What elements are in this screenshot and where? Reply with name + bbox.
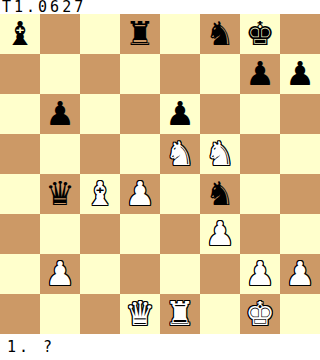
- square-f4[interactable]: ♞: [200, 174, 240, 214]
- square-c3[interactable]: [80, 214, 120, 254]
- square-d4[interactable]: ♟: [120, 174, 160, 214]
- square-e2[interactable]: [160, 254, 200, 294]
- square-b1[interactable]: [40, 294, 80, 334]
- square-a4[interactable]: [0, 174, 40, 214]
- square-h7[interactable]: ♟: [280, 54, 320, 94]
- square-g5[interactable]: [240, 134, 280, 174]
- square-b7[interactable]: [40, 54, 80, 94]
- black-knight[interactable]: ♞: [205, 14, 235, 54]
- square-h6[interactable]: [280, 94, 320, 134]
- square-b3[interactable]: [40, 214, 80, 254]
- square-a5[interactable]: [0, 134, 40, 174]
- square-f8[interactable]: ♞: [200, 14, 240, 54]
- square-e1[interactable]: ♜: [160, 294, 200, 334]
- square-a3[interactable]: [0, 214, 40, 254]
- square-f6[interactable]: [200, 94, 240, 134]
- square-c2[interactable]: [80, 254, 120, 294]
- square-f1[interactable]: [200, 294, 240, 334]
- square-d5[interactable]: [120, 134, 160, 174]
- square-g8[interactable]: ♚: [240, 14, 280, 54]
- square-a8[interactable]: ♝: [0, 14, 40, 54]
- white-knight[interactable]: ♞: [165, 134, 195, 174]
- square-c8[interactable]: [80, 14, 120, 54]
- square-h8[interactable]: [280, 14, 320, 54]
- square-g1[interactable]: ♚: [240, 294, 280, 334]
- square-a2[interactable]: [0, 254, 40, 294]
- white-pawn[interactable]: ♟: [285, 254, 315, 294]
- square-e5[interactable]: ♞: [160, 134, 200, 174]
- square-d7[interactable]: [120, 54, 160, 94]
- square-c1[interactable]: [80, 294, 120, 334]
- white-pawn[interactable]: ♟: [125, 174, 155, 214]
- square-b6[interactable]: ♟: [40, 94, 80, 134]
- square-g7[interactable]: ♟: [240, 54, 280, 94]
- white-queen[interactable]: ♛: [125, 294, 155, 334]
- white-rook[interactable]: ♜: [165, 294, 195, 334]
- black-knight[interactable]: ♞: [205, 174, 235, 214]
- black-rook[interactable]: ♜: [125, 14, 155, 54]
- chess-board: ♝♜♞♚♟♟♟♟♞♞♛♝♟♞♟♟♟♟♛♜♚: [0, 14, 320, 334]
- square-c6[interactable]: [80, 94, 120, 134]
- white-pawn[interactable]: ♟: [205, 214, 235, 254]
- square-e6[interactable]: ♟: [160, 94, 200, 134]
- square-h5[interactable]: [280, 134, 320, 174]
- square-d8[interactable]: ♜: [120, 14, 160, 54]
- black-pawn[interactable]: ♟: [165, 94, 195, 134]
- square-b5[interactable]: [40, 134, 80, 174]
- square-h3[interactable]: [280, 214, 320, 254]
- square-g3[interactable]: [240, 214, 280, 254]
- square-c7[interactable]: [80, 54, 120, 94]
- black-queen[interactable]: ♛: [45, 174, 75, 214]
- square-h1[interactable]: [280, 294, 320, 334]
- black-pawn[interactable]: ♟: [45, 94, 75, 134]
- black-king[interactable]: ♚: [245, 14, 275, 54]
- square-g6[interactable]: [240, 94, 280, 134]
- square-e4[interactable]: [160, 174, 200, 214]
- square-h4[interactable]: [280, 174, 320, 214]
- square-f2[interactable]: [200, 254, 240, 294]
- puzzle-id-title: T1.0627: [0, 0, 320, 14]
- square-g2[interactable]: ♟: [240, 254, 280, 294]
- white-pawn[interactable]: ♟: [45, 254, 75, 294]
- black-pawn[interactable]: ♟: [285, 54, 315, 94]
- square-f3[interactable]: ♟: [200, 214, 240, 254]
- white-bishop[interactable]: ♝: [85, 174, 115, 214]
- square-h2[interactable]: ♟: [280, 254, 320, 294]
- square-b4[interactable]: ♛: [40, 174, 80, 214]
- square-d6[interactable]: [120, 94, 160, 134]
- black-bishop[interactable]: ♝: [5, 14, 35, 54]
- square-e3[interactable]: [160, 214, 200, 254]
- white-knight[interactable]: ♞: [205, 134, 235, 174]
- square-f5[interactable]: ♞: [200, 134, 240, 174]
- square-d3[interactable]: [120, 214, 160, 254]
- white-pawn[interactable]: ♟: [245, 254, 275, 294]
- black-pawn[interactable]: ♟: [245, 54, 275, 94]
- white-king[interactable]: ♚: [245, 294, 275, 334]
- square-a7[interactable]: [0, 54, 40, 94]
- square-b2[interactable]: ♟: [40, 254, 80, 294]
- square-d2[interactable]: [120, 254, 160, 294]
- square-a6[interactable]: [0, 94, 40, 134]
- square-e7[interactable]: [160, 54, 200, 94]
- square-e8[interactable]: [160, 14, 200, 54]
- square-c5[interactable]: [80, 134, 120, 174]
- square-c4[interactable]: ♝: [80, 174, 120, 214]
- square-a1[interactable]: [0, 294, 40, 334]
- square-f7[interactable]: [200, 54, 240, 94]
- square-g4[interactable]: [240, 174, 280, 214]
- square-b8[interactable]: [40, 14, 80, 54]
- move-prompt: 1. ?: [0, 334, 320, 360]
- square-d1[interactable]: ♛: [120, 294, 160, 334]
